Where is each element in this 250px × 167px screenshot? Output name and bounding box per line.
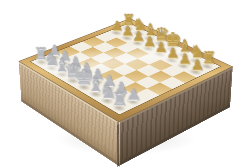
square-f5 <box>136 64 160 76</box>
square-h3 <box>134 88 159 101</box>
square-g5 <box>148 70 172 82</box>
square-h1 <box>107 100 133 114</box>
square-d2 <box>75 68 99 80</box>
square-f4 <box>124 70 148 82</box>
square-e1 <box>73 80 98 93</box>
square-g1 <box>95 93 121 106</box>
chess-set: ♜♞♝♛♚♝♞♜♟♟♟♟♟♟♟♟♟♟♟♟♟♟♟♟♜♞♝♛♚♝♞♜ <box>20 18 232 120</box>
chess-set-scene: ♜♞♝♛♚♝♞♜♟♟♟♟♟♟♟♟♟♟♟♟♟♟♟♟♜♞♝♛♚♝♞♜ <box>0 0 250 167</box>
square-e3 <box>99 69 123 81</box>
square-c1 <box>51 68 75 80</box>
square-h7 <box>185 65 209 77</box>
square-g6 <box>160 65 184 77</box>
square-c2 <box>65 62 89 74</box>
square-e4 <box>112 64 136 76</box>
square-f1 <box>84 87 109 100</box>
square-h6 <box>172 71 196 83</box>
square-f2 <box>97 81 122 94</box>
square-h4 <box>147 82 172 95</box>
square-g4 <box>135 76 160 88</box>
square-f3 <box>111 75 136 87</box>
square-d3 <box>88 63 112 75</box>
product-photo-stage: ♜♞♝♛♚♝♞♜♟♟♟♟♟♟♟♟♟♟♟♟♟♟♟♟♜♞♝♛♚♝♞♜ <box>0 0 250 167</box>
square-g2 <box>109 87 134 100</box>
square-e2 <box>86 74 111 86</box>
square-h2 <box>121 94 147 107</box>
square-d1 <box>62 74 86 86</box>
square-h5 <box>160 76 185 88</box>
square-g3 <box>122 81 147 94</box>
